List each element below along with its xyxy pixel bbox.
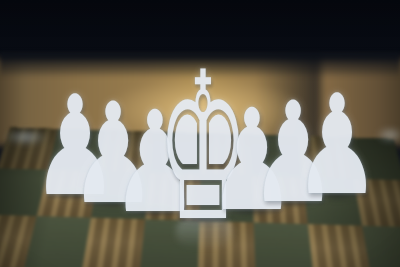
pawn-glyph: ♟: [294, 77, 381, 215]
chess-photo-scene: ♟ ♟ ♟ ♚ ♟ ♟ ♟: [0, 0, 400, 267]
